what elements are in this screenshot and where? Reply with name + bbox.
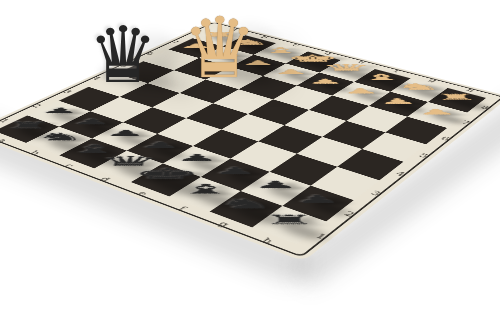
piece-camel-pawn-e7[interactable]: ♟ <box>306 78 344 85</box>
extra-black-queen[interactable]: ♛ <box>88 16 158 94</box>
piece-camel-queen-e8[interactable]: ♛ <box>321 63 373 72</box>
piece-black-pawn-a2[interactable]: ♟ <box>39 107 81 115</box>
piece-camel-knight-g8[interactable]: ♞ <box>393 82 443 91</box>
extra-camel-queen[interactable]: ♛ <box>182 6 257 90</box>
piece-camel-pawn-f7[interactable]: ♟ <box>341 87 380 94</box>
piece-camel-rook-h8[interactable]: ♜ <box>433 93 480 101</box>
piece-camel-pawn-g7[interactable]: ♟ <box>378 98 419 105</box>
piece-camel-bishop-f8[interactable]: ♝ <box>357 73 406 82</box>
stage: aabbccddeeffgghh1122334455667788 ♜♞♝♚♛♝♞… <box>0 0 500 309</box>
